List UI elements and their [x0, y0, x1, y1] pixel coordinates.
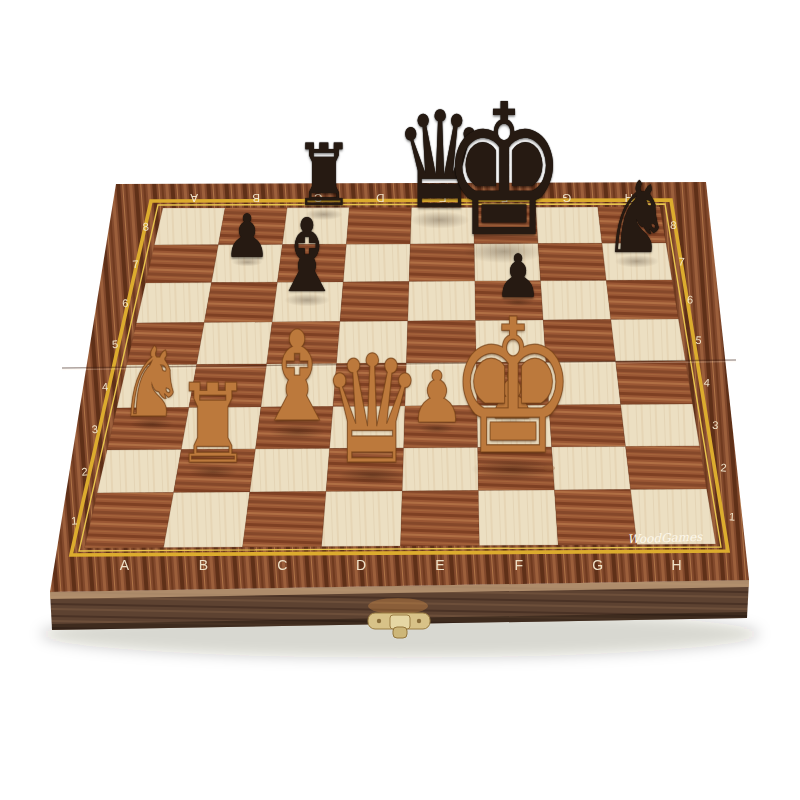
square-c4	[261, 364, 337, 408]
square-d2	[326, 448, 404, 492]
file-label-top-C: C	[314, 192, 322, 204]
square-b3	[181, 407, 261, 450]
square-b7	[212, 245, 283, 283]
square-f6	[475, 281, 543, 321]
rank-label-right-8: 8	[670, 219, 677, 231]
square-h7	[602, 243, 672, 280]
square-f3	[477, 405, 552, 448]
square-c6	[272, 282, 343, 322]
file-label-bottom-B: B	[199, 557, 208, 573]
rank-label-right-5: 5	[695, 334, 702, 346]
square-g7	[538, 243, 606, 280]
square-a5	[127, 323, 205, 366]
square-h5	[611, 319, 686, 362]
square-e3	[404, 406, 478, 449]
file-label-bottom-A: A	[120, 557, 130, 573]
rank-label-left-5: 5	[112, 338, 119, 350]
square-d3	[330, 406, 405, 449]
rank-label-right-6: 6	[687, 293, 694, 305]
square-d1	[322, 491, 403, 547]
square-d8	[346, 208, 411, 245]
square-g3	[549, 405, 626, 448]
rank-label-left-2: 2	[81, 465, 88, 477]
file-label-top-E: E	[438, 192, 446, 204]
file-label-top-D: D	[376, 192, 384, 204]
file-label-top-G: G	[562, 192, 571, 204]
square-h2	[626, 446, 707, 490]
rank-label-left-6: 6	[122, 297, 129, 309]
square-h8	[598, 207, 666, 243]
file-label-bottom-D: D	[356, 557, 366, 573]
file-label-top-A: A	[190, 192, 198, 204]
square-d7	[343, 244, 410, 282]
square-e1	[401, 491, 480, 547]
square-b1	[164, 492, 250, 548]
square-c2	[250, 449, 330, 493]
clasp-glow	[368, 598, 428, 614]
square-e4	[405, 363, 477, 407]
square-a1	[85, 493, 174, 549]
square-a4	[117, 365, 197, 409]
square-h3	[621, 404, 700, 447]
square-c8	[282, 208, 349, 245]
square-f1	[478, 490, 558, 546]
square-g2	[552, 447, 631, 491]
square-b6	[204, 282, 277, 322]
square-c7	[277, 244, 346, 282]
file-label-bottom-G: G	[592, 557, 603, 573]
wood-knot	[543, 465, 555, 471]
square-a3	[107, 408, 189, 451]
brand-signature: WoodGames	[627, 530, 703, 547]
square-a6	[136, 283, 211, 323]
square-e2	[402, 448, 478, 492]
square-f8	[474, 207, 538, 244]
rank-label-left-8: 8	[142, 220, 149, 232]
square-e6	[408, 281, 476, 321]
square-g1	[555, 490, 638, 546]
square-g8	[536, 207, 602, 243]
square-a7	[146, 245, 219, 283]
square-c5	[267, 322, 340, 365]
file-label-bottom-H: H	[672, 557, 682, 573]
square-b4	[189, 364, 267, 408]
file-label-bottom-E: E	[435, 557, 444, 573]
file-label-top-F: F	[501, 192, 508, 204]
rank-label-right-4: 4	[703, 376, 710, 388]
rank-label-left-7: 7	[132, 258, 139, 270]
file-label-top-H: H	[625, 192, 633, 204]
file-label-top-B: B	[252, 192, 260, 204]
square-b8	[218, 208, 287, 245]
square-f4	[476, 362, 549, 406]
square-c3	[256, 407, 334, 450]
rank-label-left-1: 1	[71, 514, 78, 526]
square-h4	[616, 361, 693, 405]
rank-label-left-4: 4	[101, 380, 108, 392]
square-g5	[543, 320, 616, 363]
square-g4	[546, 362, 621, 406]
square-f5	[476, 320, 547, 363]
square-f7	[474, 244, 540, 282]
square-c1	[243, 492, 327, 548]
rank-label-right-7: 7	[678, 255, 685, 267]
rank-label-right-2: 2	[720, 461, 727, 473]
square-f2	[478, 447, 555, 491]
square-h6	[606, 280, 678, 320]
rank-label-left-3: 3	[91, 423, 98, 435]
square-d4	[333, 363, 406, 407]
square-a8	[154, 208, 225, 245]
square-e7	[409, 244, 475, 282]
square-g6	[541, 280, 611, 320]
square-b2	[174, 449, 256, 493]
square-e5	[406, 321, 476, 364]
file-label-bottom-F: F	[515, 557, 524, 573]
file-label-bottom-C: C	[277, 557, 287, 573]
square-d5	[337, 321, 408, 364]
rank-label-right-1: 1	[729, 510, 736, 522]
rank-label-right-3: 3	[712, 419, 719, 431]
chessboard-product-photo: ABCDEFGHABCDEFGH8765432187654321 WoodGam…	[0, 0, 800, 800]
square-d6	[340, 282, 409, 322]
square-e8	[410, 207, 474, 244]
chess-board: ABCDEFGHABCDEFGH8765432187654321 WoodGam…	[0, 0, 800, 800]
square-a2	[97, 450, 181, 494]
square-b5	[197, 322, 273, 365]
